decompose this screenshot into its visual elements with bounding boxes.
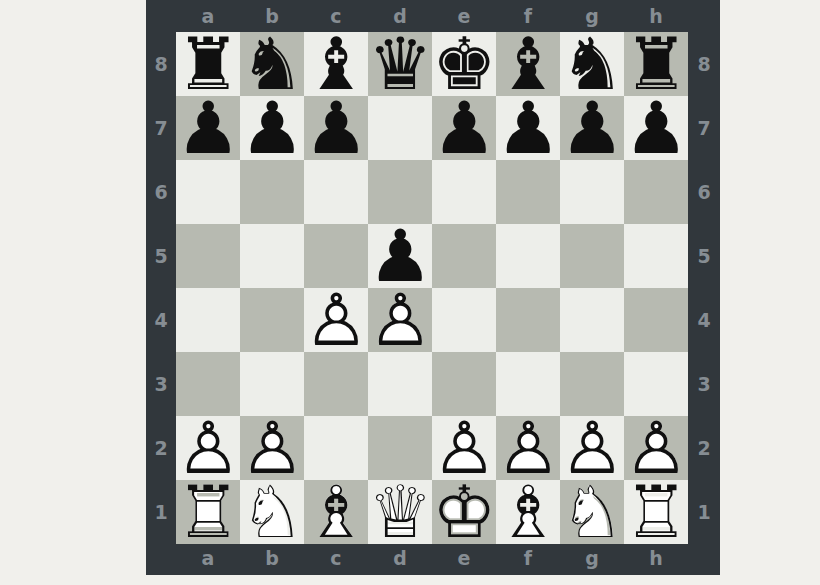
square-d1[interactable]: ♛♕: [368, 480, 432, 544]
square-e4[interactable]: [432, 288, 496, 352]
square-c5[interactable]: [304, 224, 368, 288]
square-h3[interactable]: [624, 352, 688, 416]
file-label-f: f: [496, 0, 560, 32]
piece-black-pawn[interactable]: ♟: [304, 96, 368, 160]
square-g3[interactable]: [560, 352, 624, 416]
square-e7[interactable]: ♟: [432, 96, 496, 160]
piece-black-pawn[interactable]: ♟: [496, 96, 560, 160]
piece-fill-white-pawn: ♟: [240, 416, 304, 480]
rank-label-4: 4: [146, 288, 176, 352]
piece-black-king[interactable]: ♚: [432, 32, 496, 96]
rank-label-1: 1: [146, 480, 176, 544]
piece-fill-white-pawn: ♟: [432, 416, 496, 480]
square-b8[interactable]: ♞: [240, 32, 304, 96]
piece-white-pawn[interactable]: ♙: [240, 416, 304, 480]
piece-black-pawn[interactable]: ♟: [176, 96, 240, 160]
square-g8[interactable]: ♞: [560, 32, 624, 96]
square-a8[interactable]: ♜: [176, 32, 240, 96]
piece-white-pawn[interactable]: ♙: [368, 288, 432, 352]
square-h2[interactable]: ♟♙: [624, 416, 688, 480]
file-label-h: h: [624, 0, 688, 32]
square-h5[interactable]: [624, 224, 688, 288]
piece-white-bishop[interactable]: ♗: [304, 480, 368, 544]
square-f2[interactable]: ♟♙: [496, 416, 560, 480]
rank-label-3: 3: [146, 352, 176, 416]
rank-label-5: 5: [688, 224, 720, 288]
square-g1[interactable]: ♞♘: [560, 480, 624, 544]
square-b5[interactable]: [240, 224, 304, 288]
square-e3[interactable]: [432, 352, 496, 416]
square-g7[interactable]: ♟: [560, 96, 624, 160]
square-a7[interactable]: ♟: [176, 96, 240, 160]
piece-fill-white-pawn: ♟: [624, 416, 688, 480]
square-e6[interactable]: [432, 160, 496, 224]
piece-white-pawn[interactable]: ♙: [176, 416, 240, 480]
rank-labels-left: 87654321: [146, 32, 176, 544]
square-a3[interactable]: [176, 352, 240, 416]
piece-fill-white-rook: ♜: [176, 480, 240, 544]
file-label-d: d: [368, 0, 432, 32]
file-label-a: a: [176, 544, 240, 575]
square-e5[interactable]: [432, 224, 496, 288]
square-a1[interactable]: ♜♖: [176, 480, 240, 544]
rank-label-7: 7: [688, 96, 720, 160]
rank-label-3: 3: [688, 352, 720, 416]
file-label-g: g: [560, 544, 624, 575]
piece-white-knight[interactable]: ♘: [560, 480, 624, 544]
square-d7[interactable]: [368, 96, 432, 160]
piece-white-rook[interactable]: ♖: [624, 480, 688, 544]
square-f6[interactable]: [496, 160, 560, 224]
square-h7[interactable]: ♟: [624, 96, 688, 160]
square-b7[interactable]: ♟: [240, 96, 304, 160]
square-b2[interactable]: ♟♙: [240, 416, 304, 480]
square-f7[interactable]: ♟: [496, 96, 560, 160]
square-c4[interactable]: ♟♙: [304, 288, 368, 352]
square-d2[interactable]: [368, 416, 432, 480]
piece-black-rook[interactable]: ♜: [176, 32, 240, 96]
piece-white-pawn[interactable]: ♙: [304, 288, 368, 352]
file-label-e: e: [432, 0, 496, 32]
piece-black-pawn[interactable]: ♟: [560, 96, 624, 160]
square-g2[interactable]: ♟♙: [560, 416, 624, 480]
square-f4[interactable]: [496, 288, 560, 352]
piece-black-pawn[interactable]: ♟: [624, 96, 688, 160]
piece-fill-white-pawn: ♟: [496, 416, 560, 480]
piece-black-knight[interactable]: ♞: [560, 32, 624, 96]
piece-black-bishop[interactable]: ♝: [496, 32, 560, 96]
rank-label-5: 5: [146, 224, 176, 288]
square-d8[interactable]: ♛: [368, 32, 432, 96]
piece-white-pawn[interactable]: ♙: [496, 416, 560, 480]
square-d6[interactable]: [368, 160, 432, 224]
rank-label-1: 1: [688, 480, 720, 544]
file-label-h: h: [624, 544, 688, 575]
chess-board: ♜♞♝♛♚♝♞♜♟♟♟♟♟♟♟♟♟♙♟♙♟♙♟♙♟♙♟♙♟♙♟♙♜♖♞♘♝♗♛♕…: [176, 32, 688, 544]
square-a6[interactable]: [176, 160, 240, 224]
file-label-c: c: [304, 544, 368, 575]
piece-fill-white-king: ♚: [432, 480, 496, 544]
piece-black-pawn[interactable]: ♟: [368, 224, 432, 288]
file-label-e: e: [432, 544, 496, 575]
square-a5[interactable]: [176, 224, 240, 288]
rank-label-6: 6: [688, 160, 720, 224]
piece-fill-white-knight: ♞: [240, 480, 304, 544]
square-g6[interactable]: [560, 160, 624, 224]
piece-black-bishop[interactable]: ♝: [304, 32, 368, 96]
piece-fill-white-rook: ♜: [624, 480, 688, 544]
square-c3[interactable]: [304, 352, 368, 416]
square-d5[interactable]: ♟: [368, 224, 432, 288]
square-c8[interactable]: ♝: [304, 32, 368, 96]
piece-black-pawn[interactable]: ♟: [240, 96, 304, 160]
piece-white-pawn[interactable]: ♙: [624, 416, 688, 480]
rank-label-4: 4: [688, 288, 720, 352]
rank-label-6: 6: [146, 160, 176, 224]
piece-fill-white-knight: ♞: [560, 480, 624, 544]
square-f1[interactable]: ♝♗: [496, 480, 560, 544]
square-b3[interactable]: [240, 352, 304, 416]
rank-label-2: 2: [146, 416, 176, 480]
square-f5[interactable]: [496, 224, 560, 288]
square-h8[interactable]: ♜: [624, 32, 688, 96]
square-h6[interactable]: [624, 160, 688, 224]
piece-white-bishop[interactable]: ♗: [496, 480, 560, 544]
square-g4[interactable]: [560, 288, 624, 352]
piece-black-pawn[interactable]: ♟: [432, 96, 496, 160]
file-label-g: g: [560, 0, 624, 32]
piece-fill-white-pawn: ♟: [560, 416, 624, 480]
square-h4[interactable]: [624, 288, 688, 352]
file-label-f: f: [496, 544, 560, 575]
file-labels-top: abcdefgh: [176, 0, 688, 32]
piece-white-knight[interactable]: ♘: [240, 480, 304, 544]
piece-white-rook[interactable]: ♖: [176, 480, 240, 544]
square-b6[interactable]: [240, 160, 304, 224]
rank-label-7: 7: [146, 96, 176, 160]
piece-white-queen[interactable]: ♕: [368, 480, 432, 544]
piece-black-knight[interactable]: ♞: [240, 32, 304, 96]
piece-fill-white-pawn: ♟: [304, 288, 368, 352]
board-frame: abcdefgh abcdefgh 87654321 87654321 ♜♞♝♛…: [146, 0, 720, 575]
rank-labels-right: 87654321: [688, 32, 720, 544]
piece-fill-white-pawn: ♟: [176, 416, 240, 480]
page-background: abcdefgh abcdefgh 87654321 87654321 ♜♞♝♛…: [0, 0, 820, 585]
rank-label-2: 2: [688, 416, 720, 480]
square-d4[interactable]: ♟♙: [368, 288, 432, 352]
square-c6[interactable]: [304, 160, 368, 224]
square-a2[interactable]: ♟♙: [176, 416, 240, 480]
square-f8[interactable]: ♝: [496, 32, 560, 96]
piece-white-king[interactable]: ♔: [432, 480, 496, 544]
square-g5[interactable]: [560, 224, 624, 288]
rank-label-8: 8: [146, 32, 176, 96]
file-label-a: a: [176, 0, 240, 32]
piece-white-pawn[interactable]: ♙: [432, 416, 496, 480]
piece-fill-white-pawn: ♟: [368, 288, 432, 352]
square-b1[interactable]: ♞♘: [240, 480, 304, 544]
file-label-b: b: [240, 0, 304, 32]
piece-fill-white-bishop: ♝: [496, 480, 560, 544]
file-label-c: c: [304, 0, 368, 32]
file-labels-bottom: abcdefgh: [176, 544, 688, 575]
piece-white-pawn[interactable]: ♙: [560, 416, 624, 480]
square-e1[interactable]: ♚♔: [432, 480, 496, 544]
square-a4[interactable]: [176, 288, 240, 352]
piece-fill-white-queen: ♛: [368, 480, 432, 544]
piece-fill-white-bishop: ♝: [304, 480, 368, 544]
piece-black-queen[interactable]: ♛: [368, 32, 432, 96]
square-c2[interactable]: [304, 416, 368, 480]
square-c7[interactable]: ♟: [304, 96, 368, 160]
square-f3[interactable]: [496, 352, 560, 416]
square-d3[interactable]: [368, 352, 432, 416]
piece-black-rook[interactable]: ♜: [624, 32, 688, 96]
square-h1[interactable]: ♜♖: [624, 480, 688, 544]
square-e8[interactable]: ♚: [432, 32, 496, 96]
square-c1[interactable]: ♝♗: [304, 480, 368, 544]
file-label-b: b: [240, 544, 304, 575]
file-label-d: d: [368, 544, 432, 575]
rank-label-8: 8: [688, 32, 720, 96]
square-b4[interactable]: [240, 288, 304, 352]
square-e2[interactable]: ♟♙: [432, 416, 496, 480]
